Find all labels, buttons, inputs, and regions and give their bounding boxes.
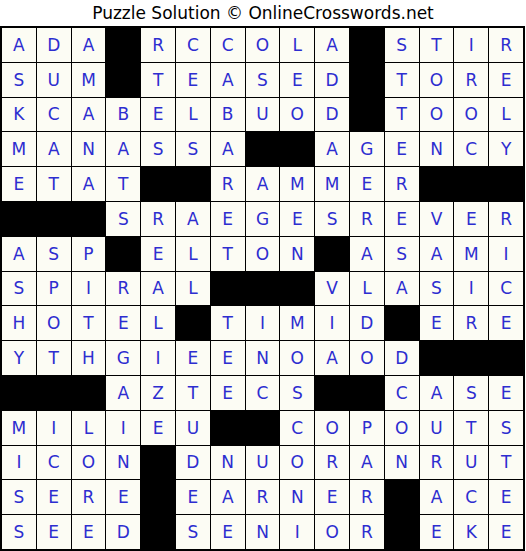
cell-r9c11: D bbox=[350, 306, 384, 340]
cell-r9c3: T bbox=[72, 306, 106, 340]
cell-r1c7: C bbox=[211, 28, 245, 62]
black-cell-r6c1 bbox=[2, 202, 36, 236]
cell-r6c8: G bbox=[246, 202, 280, 236]
puzzle-solution-page: Puzzle Solution © OnlineCrosswords.net A… bbox=[0, 0, 526, 551]
cell-r5c3: A bbox=[72, 167, 106, 201]
cell-r7c5: E bbox=[141, 237, 175, 271]
page-title: Puzzle Solution © OnlineCrosswords.net bbox=[92, 0, 434, 26]
cell-r14c9: N bbox=[280, 480, 314, 514]
black-cell-r11c11 bbox=[350, 376, 384, 410]
cell-r7c8: O bbox=[246, 237, 280, 271]
cell-r3c13: O bbox=[420, 98, 454, 132]
cell-r14c11: R bbox=[350, 480, 384, 514]
black-cell-r9c6 bbox=[176, 306, 210, 340]
cell-r13c1: I bbox=[2, 446, 36, 480]
cell-r12c2: I bbox=[37, 411, 71, 445]
black-cell-r15c5 bbox=[141, 515, 175, 549]
black-cell-r14c5 bbox=[141, 480, 175, 514]
black-cell-r5c6 bbox=[176, 167, 210, 201]
cell-r6c9: E bbox=[280, 202, 314, 236]
cell-r2c15: E bbox=[489, 63, 523, 97]
cell-r10c5: I bbox=[141, 341, 175, 375]
black-cell-r6c3 bbox=[72, 202, 106, 236]
cell-r1c9: L bbox=[280, 28, 314, 62]
cell-r10c11: O bbox=[350, 341, 384, 375]
cell-r13c6: D bbox=[176, 446, 210, 480]
cell-r7c2: S bbox=[37, 237, 71, 271]
cell-r8c11: L bbox=[350, 272, 384, 306]
cell-r1c5: R bbox=[141, 28, 175, 62]
cell-r15c13: E bbox=[420, 515, 454, 549]
cell-r10c10: A bbox=[315, 341, 349, 375]
cell-r13c3: O bbox=[72, 446, 106, 480]
cell-r1c13: T bbox=[420, 28, 454, 62]
cell-r7c6: L bbox=[176, 237, 210, 271]
black-cell-r1c4 bbox=[106, 28, 140, 62]
cell-r10c2: T bbox=[37, 341, 71, 375]
black-cell-r5c14 bbox=[454, 167, 488, 201]
cell-r1c3: A bbox=[72, 28, 106, 62]
cell-r7c9: N bbox=[280, 237, 314, 271]
cell-r6c10: S bbox=[315, 202, 349, 236]
cell-r1c1: A bbox=[2, 28, 36, 62]
cell-r11c5: Z bbox=[141, 376, 175, 410]
cell-r15c9: I bbox=[280, 515, 314, 549]
cell-r4c11: G bbox=[350, 132, 384, 166]
cell-r12c4: I bbox=[106, 411, 140, 445]
cell-r10c4: G bbox=[106, 341, 140, 375]
cell-r5c12: R bbox=[385, 167, 419, 201]
cell-r3c8: U bbox=[246, 98, 280, 132]
cell-r9c2: O bbox=[37, 306, 71, 340]
cell-r11c14: S bbox=[454, 376, 488, 410]
black-cell-r3c11 bbox=[350, 98, 384, 132]
cell-r4c3: N bbox=[72, 132, 106, 166]
cell-r11c13: A bbox=[420, 376, 454, 410]
cell-r15c8: N bbox=[246, 515, 280, 549]
cell-r14c10: E bbox=[315, 480, 349, 514]
cell-r8c2: P bbox=[37, 272, 71, 306]
cell-r14c6: E bbox=[176, 480, 210, 514]
cell-r15c10: O bbox=[315, 515, 349, 549]
cell-r9c9: M bbox=[280, 306, 314, 340]
cell-r5c10: M bbox=[315, 167, 349, 201]
cell-r5c2: T bbox=[37, 167, 71, 201]
black-cell-r5c15 bbox=[489, 167, 523, 201]
cell-r12c6: U bbox=[176, 411, 210, 445]
cell-r9c10: I bbox=[315, 306, 349, 340]
cell-r3c7: B bbox=[211, 98, 245, 132]
black-cell-r5c13 bbox=[420, 167, 454, 201]
black-cell-r7c4 bbox=[106, 237, 140, 271]
cell-r11c4: A bbox=[106, 376, 140, 410]
cell-r7c7: T bbox=[211, 237, 245, 271]
cell-r10c6: E bbox=[176, 341, 210, 375]
crossword-grid: ADARCCOLASTIRSUMTEASEDTOREKCABELBUODTOOL… bbox=[0, 26, 525, 551]
black-cell-r11c10 bbox=[315, 376, 349, 410]
cell-r5c4: T bbox=[106, 167, 140, 201]
cell-r11c6: T bbox=[176, 376, 210, 410]
cell-r4c13: N bbox=[420, 132, 454, 166]
cell-r15c4: D bbox=[106, 515, 140, 549]
black-cell-r4c8 bbox=[246, 132, 280, 166]
cell-r1c15: R bbox=[489, 28, 523, 62]
cell-r3c6: L bbox=[176, 98, 210, 132]
cell-r6c6: A bbox=[176, 202, 210, 236]
cell-r5c8: A bbox=[246, 167, 280, 201]
cell-r14c4: E bbox=[106, 480, 140, 514]
cell-r2c2: U bbox=[37, 63, 71, 97]
cell-r13c13: R bbox=[420, 446, 454, 480]
cell-r14c15: E bbox=[489, 480, 523, 514]
cell-r9c15: E bbox=[489, 306, 523, 340]
cell-r2c5: T bbox=[141, 63, 175, 97]
cell-r15c11: R bbox=[350, 515, 384, 549]
black-cell-r7c10 bbox=[315, 237, 349, 271]
cell-r8c6: L bbox=[176, 272, 210, 306]
cell-r6c4: S bbox=[106, 202, 140, 236]
cell-r4c5: S bbox=[141, 132, 175, 166]
cell-r3c4: B bbox=[106, 98, 140, 132]
cell-r15c2: E bbox=[37, 515, 71, 549]
cell-r7c12: S bbox=[385, 237, 419, 271]
cell-r8c10: V bbox=[315, 272, 349, 306]
cell-r8c4: R bbox=[106, 272, 140, 306]
black-cell-r11c2 bbox=[37, 376, 71, 410]
cell-r10c12: D bbox=[385, 341, 419, 375]
cell-r10c1: Y bbox=[2, 341, 36, 375]
cell-r9c7: T bbox=[211, 306, 245, 340]
cell-r9c8: I bbox=[246, 306, 280, 340]
cell-r15c3: E bbox=[72, 515, 106, 549]
cell-r2c12: T bbox=[385, 63, 419, 97]
cell-r11c12: C bbox=[385, 376, 419, 410]
cell-r6c14: E bbox=[454, 202, 488, 236]
cell-r4c6: S bbox=[176, 132, 210, 166]
cell-r6c13: V bbox=[420, 202, 454, 236]
cell-r1c14: I bbox=[454, 28, 488, 62]
cell-r4c15: Y bbox=[489, 132, 523, 166]
cell-r4c7: A bbox=[211, 132, 245, 166]
black-cell-r8c8 bbox=[246, 272, 280, 306]
black-cell-r11c3 bbox=[72, 376, 106, 410]
cell-r10c3: H bbox=[72, 341, 106, 375]
cell-r6c15: R bbox=[489, 202, 523, 236]
cell-r10c9: O bbox=[280, 341, 314, 375]
black-cell-r15c12 bbox=[385, 515, 419, 549]
cell-r13c9: O bbox=[280, 446, 314, 480]
cell-r12c15: S bbox=[489, 411, 523, 445]
cell-r12c11: P bbox=[350, 411, 384, 445]
cell-r12c1: M bbox=[2, 411, 36, 445]
cell-r2c8: S bbox=[246, 63, 280, 97]
black-cell-r2c11 bbox=[350, 63, 384, 97]
black-cell-r2c4 bbox=[106, 63, 140, 97]
cell-r15c6: S bbox=[176, 515, 210, 549]
cell-r14c1: S bbox=[2, 480, 36, 514]
cell-r6c11: R bbox=[350, 202, 384, 236]
cell-r3c14: O bbox=[454, 98, 488, 132]
black-cell-r9c12 bbox=[385, 306, 419, 340]
cell-r3c15: L bbox=[489, 98, 523, 132]
cell-r2c6: E bbox=[176, 63, 210, 97]
cell-r4c12: E bbox=[385, 132, 419, 166]
black-cell-r5c5 bbox=[141, 167, 175, 201]
cell-r5c1: E bbox=[2, 167, 36, 201]
cell-r3c3: A bbox=[72, 98, 106, 132]
cell-r10c8: N bbox=[246, 341, 280, 375]
black-cell-r13c5 bbox=[141, 446, 175, 480]
cell-r13c8: U bbox=[246, 446, 280, 480]
black-cell-r12c7 bbox=[211, 411, 245, 445]
black-cell-r1c11 bbox=[350, 28, 384, 62]
black-cell-r10c13 bbox=[420, 341, 454, 375]
cell-r11c9: S bbox=[280, 376, 314, 410]
black-cell-r6c2 bbox=[37, 202, 71, 236]
cell-r12c10: O bbox=[315, 411, 349, 445]
cell-r13c12: N bbox=[385, 446, 419, 480]
cell-r12c3: L bbox=[72, 411, 106, 445]
cell-r1c2: D bbox=[37, 28, 71, 62]
cell-r2c13: O bbox=[420, 63, 454, 97]
cell-r15c7: E bbox=[211, 515, 245, 549]
cell-r1c12: S bbox=[385, 28, 419, 62]
cell-r3c2: C bbox=[37, 98, 71, 132]
cell-r13c4: N bbox=[106, 446, 140, 480]
cell-r9c1: H bbox=[2, 306, 36, 340]
cell-r13c14: U bbox=[454, 446, 488, 480]
cell-r6c12: E bbox=[385, 202, 419, 236]
cell-r9c14: R bbox=[454, 306, 488, 340]
black-cell-r8c9 bbox=[280, 272, 314, 306]
black-cell-r14c12 bbox=[385, 480, 419, 514]
cell-r13c7: N bbox=[211, 446, 245, 480]
cell-r15c15: E bbox=[489, 515, 523, 549]
black-cell-r4c9 bbox=[280, 132, 314, 166]
cell-r14c14: C bbox=[454, 480, 488, 514]
cell-r4c4: A bbox=[106, 132, 140, 166]
cell-r12c14: T bbox=[454, 411, 488, 445]
cell-r2c3: M bbox=[72, 63, 106, 97]
cell-r2c9: E bbox=[280, 63, 314, 97]
cell-r3c10: D bbox=[315, 98, 349, 132]
cell-r3c1: K bbox=[2, 98, 36, 132]
cell-r11c15: E bbox=[489, 376, 523, 410]
cell-r1c10: A bbox=[315, 28, 349, 62]
cell-r5c11: E bbox=[350, 167, 384, 201]
cell-r3c5: E bbox=[141, 98, 175, 132]
cell-r5c7: R bbox=[211, 167, 245, 201]
cell-r13c10: R bbox=[315, 446, 349, 480]
black-cell-r10c15 bbox=[489, 341, 523, 375]
cell-r13c11: A bbox=[350, 446, 384, 480]
cell-r8c13: S bbox=[420, 272, 454, 306]
cell-r5c9: M bbox=[280, 167, 314, 201]
cell-r7c14: M bbox=[454, 237, 488, 271]
cell-r2c1: S bbox=[2, 63, 36, 97]
cell-r7c1: A bbox=[2, 237, 36, 271]
cell-r13c2: C bbox=[37, 446, 71, 480]
cell-r8c15: C bbox=[489, 272, 523, 306]
cell-r6c7: E bbox=[211, 202, 245, 236]
cell-r8c3: I bbox=[72, 272, 106, 306]
cell-r14c2: E bbox=[37, 480, 71, 514]
cell-r14c8: R bbox=[246, 480, 280, 514]
cell-r14c13: A bbox=[420, 480, 454, 514]
cell-r4c10: A bbox=[315, 132, 349, 166]
cell-r1c8: O bbox=[246, 28, 280, 62]
cell-r9c5: L bbox=[141, 306, 175, 340]
cell-r10c7: E bbox=[211, 341, 245, 375]
cell-r6c5: R bbox=[141, 202, 175, 236]
cell-r7c3: P bbox=[72, 237, 106, 271]
cell-r13c15: T bbox=[489, 446, 523, 480]
cell-r7c13: A bbox=[420, 237, 454, 271]
cell-r9c13: E bbox=[420, 306, 454, 340]
cell-r12c13: U bbox=[420, 411, 454, 445]
cell-r12c9: C bbox=[280, 411, 314, 445]
cell-r3c12: T bbox=[385, 98, 419, 132]
cell-r8c5: A bbox=[141, 272, 175, 306]
black-cell-r10c14 bbox=[454, 341, 488, 375]
cell-r7c15: I bbox=[489, 237, 523, 271]
cell-r12c12: O bbox=[385, 411, 419, 445]
cell-r2c14: R bbox=[454, 63, 488, 97]
title-bar: Puzzle Solution © OnlineCrosswords.net bbox=[0, 0, 526, 26]
cell-r8c12: A bbox=[385, 272, 419, 306]
cell-r8c1: S bbox=[2, 272, 36, 306]
cell-r15c1: S bbox=[2, 515, 36, 549]
cell-r4c1: M bbox=[2, 132, 36, 166]
cell-r7c11: A bbox=[350, 237, 384, 271]
black-cell-r12c8 bbox=[246, 411, 280, 445]
cell-r4c14: C bbox=[454, 132, 488, 166]
cell-r4c2: A bbox=[37, 132, 71, 166]
cell-r11c8: C bbox=[246, 376, 280, 410]
cell-r2c7: A bbox=[211, 63, 245, 97]
cell-r12c5: E bbox=[141, 411, 175, 445]
black-cell-r11c1 bbox=[2, 376, 36, 410]
black-cell-r8c7 bbox=[211, 272, 245, 306]
cell-r1c6: C bbox=[176, 28, 210, 62]
cell-r15c14: K bbox=[454, 515, 488, 549]
cell-r2c10: D bbox=[315, 63, 349, 97]
cell-r11c7: E bbox=[211, 376, 245, 410]
cell-r8c14: I bbox=[454, 272, 488, 306]
cell-r14c3: R bbox=[72, 480, 106, 514]
cell-r9c4: E bbox=[106, 306, 140, 340]
cell-r3c9: O bbox=[280, 98, 314, 132]
cell-r14c7: A bbox=[211, 480, 245, 514]
